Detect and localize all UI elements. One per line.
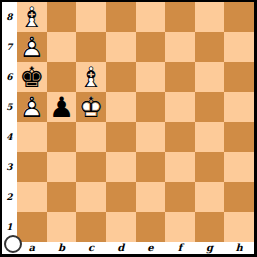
square-b2[interactable] (47, 182, 77, 212)
square-b6[interactable] (47, 62, 77, 92)
white-bishop-piece: ♗ (76, 62, 106, 92)
square-a7[interactable]: ♟♙ (17, 32, 47, 62)
rank-label-8: 8 (2, 2, 17, 32)
file-label-c: c (76, 242, 106, 254)
square-c7[interactable] (76, 32, 106, 62)
square-a4[interactable] (17, 122, 47, 152)
square-c3[interactable] (76, 152, 106, 182)
square-f1[interactable] (165, 212, 195, 242)
square-e1[interactable] (136, 212, 166, 242)
square-c4[interactable] (76, 122, 106, 152)
square-g6[interactable] (195, 62, 225, 92)
square-d7[interactable] (106, 32, 136, 62)
square-e7[interactable] (136, 32, 166, 62)
white-king-fill: ♚ (76, 92, 106, 122)
white-to-move-indicator (4, 235, 22, 253)
white-bishop-fill: ♝ (17, 2, 47, 32)
square-f4[interactable] (165, 122, 195, 152)
rank-label-7: 7 (2, 32, 17, 62)
square-h8[interactable] (224, 2, 254, 32)
square-e6[interactable] (136, 62, 166, 92)
rank-label-5: 5 (2, 92, 17, 122)
square-b3[interactable] (47, 152, 77, 182)
file-label-e: e (136, 242, 166, 254)
square-b4[interactable] (47, 122, 77, 152)
file-label-h: h (224, 242, 254, 254)
square-c2[interactable] (76, 182, 106, 212)
square-f5[interactable] (165, 92, 195, 122)
file-labels-row: abcdefgh (2, 242, 254, 254)
white-pawn-fill: ♟ (17, 32, 47, 62)
square-b7[interactable] (47, 32, 77, 62)
rank-label-6: 6 (2, 62, 17, 92)
square-d1[interactable] (106, 212, 136, 242)
square-d8[interactable] (106, 2, 136, 32)
black-king-piece: ♚ (17, 62, 47, 92)
chess-diagram: 87654321 ♝♗♟♙♚♝♗♟♙♟♚♔ abcdefgh (0, 0, 257, 257)
square-a1[interactable] (17, 212, 47, 242)
square-a2[interactable] (17, 182, 47, 212)
square-f8[interactable] (165, 2, 195, 32)
square-h2[interactable] (224, 182, 254, 212)
rank-label-2: 2 (2, 182, 17, 212)
square-b1[interactable] (47, 212, 77, 242)
white-pawn-piece: ♙ (17, 92, 47, 122)
square-d5[interactable] (106, 92, 136, 122)
square-c6[interactable]: ♝♗ (76, 62, 106, 92)
square-a3[interactable] (17, 152, 47, 182)
rank-labels: 87654321 (2, 2, 17, 242)
square-h3[interactable] (224, 152, 254, 182)
square-d2[interactable] (106, 182, 136, 212)
square-c1[interactable] (76, 212, 106, 242)
square-h4[interactable] (224, 122, 254, 152)
square-d3[interactable] (106, 152, 136, 182)
square-e5[interactable] (136, 92, 166, 122)
file-label-g: g (195, 242, 225, 254)
square-f3[interactable] (165, 152, 195, 182)
white-pawn-piece: ♙ (17, 32, 47, 62)
square-d4[interactable] (106, 122, 136, 152)
white-king-piece: ♔ (76, 92, 106, 122)
square-a6[interactable]: ♚ (17, 62, 47, 92)
square-c8[interactable] (76, 2, 106, 32)
square-b8[interactable] (47, 2, 77, 32)
square-g8[interactable] (195, 2, 225, 32)
square-e2[interactable] (136, 182, 166, 212)
square-g3[interactable] (195, 152, 225, 182)
square-g1[interactable] (195, 212, 225, 242)
file-label-d: d (106, 242, 136, 254)
square-h6[interactable] (224, 62, 254, 92)
square-h7[interactable] (224, 32, 254, 62)
square-e3[interactable] (136, 152, 166, 182)
file-label-b: b (47, 242, 77, 254)
square-e8[interactable] (136, 2, 166, 32)
white-bishop-fill: ♝ (76, 62, 106, 92)
chess-board: ♝♗♟♙♚♝♗♟♙♟♚♔ (17, 2, 254, 242)
white-pawn-fill: ♟ (17, 92, 47, 122)
black-pawn-piece: ♟ (47, 92, 77, 122)
square-b5[interactable]: ♟ (47, 92, 77, 122)
square-h5[interactable] (224, 92, 254, 122)
square-f2[interactable] (165, 182, 195, 212)
square-d6[interactable] (106, 62, 136, 92)
square-e4[interactable] (136, 122, 166, 152)
file-label-f: f (165, 242, 195, 254)
rank-label-4: 4 (2, 122, 17, 152)
diagram-inner: 87654321 ♝♗♟♙♚♝♗♟♙♟♚♔ abcdefgh (2, 2, 254, 254)
square-h1[interactable] (224, 212, 254, 242)
square-a8[interactable]: ♝♗ (17, 2, 47, 32)
square-g2[interactable] (195, 182, 225, 212)
square-a5[interactable]: ♟♙ (17, 92, 47, 122)
square-g4[interactable] (195, 122, 225, 152)
square-g7[interactable] (195, 32, 225, 62)
square-f6[interactable] (165, 62, 195, 92)
square-c5[interactable]: ♚♔ (76, 92, 106, 122)
rank-label-3: 3 (2, 152, 17, 182)
square-f7[interactable] (165, 32, 195, 62)
square-g5[interactable] (195, 92, 225, 122)
white-bishop-piece: ♗ (17, 2, 47, 32)
